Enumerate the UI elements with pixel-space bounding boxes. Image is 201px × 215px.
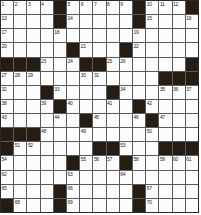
clue-number-41: 41 <box>107 100 112 106</box>
black-cell-r11c9 <box>107 142 119 155</box>
cell-r5c11[interactable] <box>133 58 145 71</box>
clue-number-12: 12 <box>173 1 178 7</box>
clue-number-70: 70 <box>147 199 152 205</box>
cell-r12c15[interactable]: 61 <box>186 156 198 169</box>
clue-number-33: 33 <box>54 86 59 92</box>
cell-r4c3[interactable] <box>27 43 39 56</box>
cell-r3c6[interactable] <box>67 29 79 42</box>
cell-r3c14[interactable] <box>173 29 185 42</box>
cell-r3c2[interactable] <box>14 29 26 42</box>
cell-r2c15[interactable]: 16 <box>186 15 198 28</box>
clue-number-42: 42 <box>147 100 152 106</box>
cell-r6c12[interactable] <box>146 72 158 85</box>
cell-r6c1[interactable]: 27 <box>1 72 13 85</box>
black-cell-r14c5 <box>54 185 66 198</box>
cell-r9c15[interactable] <box>186 114 198 127</box>
cell-r9c1[interactable]: 43 <box>1 114 13 127</box>
black-cell-r14c11 <box>133 185 145 198</box>
cell-r15c6[interactable]: 69 <box>67 199 79 212</box>
clue-number-23: 23 <box>41 58 46 64</box>
cell-r14c14[interactable] <box>173 185 185 198</box>
cell-r15c3[interactable] <box>27 199 39 212</box>
cell-r4c14[interactable] <box>173 43 185 56</box>
cell-r11c7[interactable] <box>80 142 92 155</box>
clue-number-24: 24 <box>67 58 72 64</box>
cell-r1c10[interactable]: 9 <box>120 1 132 14</box>
cell-r8c2[interactable] <box>14 100 26 113</box>
cell-r1c13[interactable]: 11 <box>159 1 171 14</box>
black-cell-r5c2 <box>14 58 26 71</box>
cell-r1c12[interactable]: 10 <box>146 1 158 14</box>
cell-r14c10[interactable] <box>120 185 132 198</box>
clue-number-37: 37 <box>186 86 191 92</box>
black-cell-r4c10 <box>120 43 132 56</box>
clue-number-47: 47 <box>160 114 165 120</box>
cell-r10c4[interactable]: 48 <box>41 128 53 141</box>
cell-r8c8[interactable] <box>93 100 105 113</box>
clue-number-60: 60 <box>173 156 178 162</box>
cell-r15c10[interactable] <box>120 199 132 212</box>
black-cell-r15c11 <box>133 199 145 212</box>
cell-r1c2[interactable]: 2 <box>14 1 26 14</box>
cell-r13c15[interactable] <box>186 171 198 184</box>
clue-number-43: 43 <box>2 114 7 120</box>
clue-number-22: 22 <box>133 43 138 49</box>
black-cell-r10c2 <box>14 128 26 141</box>
cell-r12c9[interactable]: 57 <box>107 156 119 169</box>
cell-r11c12[interactable] <box>146 142 158 155</box>
black-cell-r5c1 <box>1 58 13 71</box>
cell-r11c2[interactable]: 51 <box>14 142 26 155</box>
cell-r12c14[interactable]: 60 <box>173 156 185 169</box>
cell-r9c8[interactable]: 45 <box>93 114 105 127</box>
cell-r13c14[interactable] <box>173 171 185 184</box>
clue-number-45: 45 <box>94 114 99 120</box>
clue-number-2: 2 <box>15 1 17 7</box>
cell-r3c12[interactable] <box>146 29 158 42</box>
cell-r8c4[interactable]: 39 <box>41 100 53 113</box>
cell-r12c4[interactable] <box>41 156 53 169</box>
cell-r4c1[interactable]: 20 <box>1 43 13 56</box>
cell-r15c9[interactable] <box>107 199 119 212</box>
cell-r9c11[interactable]: 46 <box>133 114 145 127</box>
clue-number-40: 40 <box>67 100 72 106</box>
cell-r5c4[interactable]: 23 <box>41 58 53 71</box>
cell-r4c5[interactable] <box>54 43 66 56</box>
cell-r9c5[interactable]: 44 <box>54 114 66 127</box>
cell-r6c4[interactable] <box>41 72 53 85</box>
cell-r5c6[interactable]: 24 <box>67 58 79 71</box>
cell-r14c7[interactable] <box>80 185 92 198</box>
black-cell-r1c11 <box>133 1 145 14</box>
clue-number-61: 61 <box>186 156 191 162</box>
cell-r8c9[interactable]: 41 <box>107 100 119 113</box>
black-cell-r8c11 <box>133 100 145 113</box>
crossword-puzzle: 1234567891011121314151617181920212223242… <box>0 0 201 215</box>
crossword-board: 1234567891011121314151617181920212223242… <box>0 0 199 213</box>
cell-r6c8[interactable]: 31 <box>93 72 105 85</box>
clue-number-53: 53 <box>120 142 125 148</box>
cell-r15c4[interactable] <box>41 199 53 212</box>
cell-r8c15[interactable] <box>186 100 198 113</box>
cell-r2c14[interactable] <box>173 15 185 28</box>
cell-r2c12[interactable]: 15 <box>146 15 158 28</box>
cell-r10c6[interactable] <box>67 128 79 141</box>
black-cell-r6c15 <box>186 72 198 85</box>
cell-r13c10[interactable]: 64 <box>120 171 132 184</box>
cell-r14c15[interactable] <box>186 185 198 198</box>
clue-number-21: 21 <box>81 43 86 49</box>
cell-r11c3[interactable]: 52 <box>27 142 39 155</box>
cell-r6c7[interactable]: 30 <box>80 72 92 85</box>
cell-r14c13[interactable] <box>159 185 171 198</box>
cell-r6c3[interactable]: 29 <box>27 72 39 85</box>
clue-number-36: 36 <box>173 86 178 92</box>
clue-number-25: 25 <box>107 58 112 64</box>
clue-number-35: 35 <box>160 86 165 92</box>
cell-r13c5[interactable] <box>54 171 66 184</box>
cell-r9c6[interactable] <box>67 114 79 127</box>
cell-r14c3[interactable] <box>27 185 39 198</box>
black-cell-r11c8 <box>93 142 105 155</box>
cell-r4c12[interactable] <box>146 43 158 56</box>
cell-r3c9[interactable] <box>107 29 119 42</box>
cell-r1c7[interactable]: 6 <box>80 1 92 14</box>
cell-r4c15[interactable] <box>186 43 198 56</box>
clue-number-57: 57 <box>107 156 112 162</box>
cell-r13c3[interactable] <box>27 171 39 184</box>
cell-r12c5[interactable] <box>54 156 66 169</box>
cell-r15c15[interactable] <box>186 199 198 212</box>
clue-number-66: 66 <box>67 185 72 191</box>
cell-r7c8[interactable] <box>93 86 105 99</box>
cell-r8c7[interactable] <box>80 100 92 113</box>
cell-r10c5[interactable] <box>54 128 66 141</box>
clue-number-7: 7 <box>94 1 96 7</box>
clue-number-4: 4 <box>41 1 43 7</box>
clue-number-65: 65 <box>2 185 7 191</box>
cell-r14c2[interactable] <box>14 185 26 198</box>
cell-r15c14[interactable] <box>173 199 185 212</box>
clue-number-26: 26 <box>120 58 125 64</box>
clue-number-15: 15 <box>147 15 152 21</box>
clue-number-31: 31 <box>94 72 99 78</box>
cell-r4c11[interactable]: 22 <box>133 43 145 56</box>
cell-r15c13[interactable] <box>159 199 171 212</box>
black-cell-r6c14 <box>173 72 185 85</box>
cell-r9c9[interactable] <box>107 114 119 127</box>
cell-r14c4[interactable] <box>41 185 53 198</box>
clue-number-49: 49 <box>81 128 86 134</box>
cell-r10c9[interactable] <box>107 128 119 141</box>
cell-r9c10[interactable] <box>120 114 132 127</box>
black-cell-r2c5 <box>54 15 66 28</box>
clue-number-59: 59 <box>160 156 165 162</box>
cell-r10c15[interactable] <box>186 128 198 141</box>
clue-number-32: 32 <box>2 86 7 92</box>
black-cell-r11c1 <box>1 142 13 155</box>
clue-number-56: 56 <box>94 156 99 162</box>
cell-r4c13[interactable] <box>159 43 171 56</box>
cell-r3c3[interactable] <box>27 29 39 42</box>
cell-r7c13[interactable]: 35 <box>159 86 171 99</box>
cell-r4c7[interactable]: 21 <box>80 43 92 56</box>
clue-number-54: 54 <box>2 156 7 162</box>
cell-r8c10[interactable] <box>120 100 132 113</box>
clue-number-8: 8 <box>107 1 109 7</box>
cell-r13c6[interactable]: 63 <box>67 171 79 184</box>
cell-r12c8[interactable]: 56 <box>93 156 105 169</box>
cell-r1c3[interactable]: 3 <box>27 1 39 14</box>
cell-r3c15[interactable] <box>186 29 198 42</box>
cell-r7c12[interactable] <box>146 86 158 99</box>
cell-r10c12[interactable]: 50 <box>146 128 158 141</box>
black-cell-r5c15 <box>186 58 198 71</box>
black-cell-r7c9 <box>107 86 119 99</box>
cell-r8c1[interactable]: 38 <box>1 100 13 113</box>
cell-r12c3[interactable] <box>27 156 39 169</box>
clue-number-30: 30 <box>81 72 86 78</box>
cell-r1c4[interactable]: 4 <box>41 1 53 14</box>
clue-number-51: 51 <box>15 142 20 148</box>
black-cell-r7c4 <box>41 86 53 99</box>
clue-number-69: 69 <box>67 199 72 205</box>
clue-number-5: 5 <box>67 1 69 7</box>
clue-number-38: 38 <box>2 100 7 106</box>
cell-r6c10[interactable] <box>120 72 132 85</box>
clue-number-19: 19 <box>133 29 138 35</box>
cell-r2c9[interactable] <box>107 15 119 28</box>
clue-number-62: 62 <box>2 171 7 177</box>
clue-number-13: 13 <box>2 15 7 21</box>
cell-r14c6[interactable]: 66 <box>67 185 79 198</box>
clue-number-68: 68 <box>15 199 20 205</box>
cell-r1c9[interactable]: 8 <box>107 1 119 14</box>
clue-number-11: 11 <box>160 1 165 7</box>
cell-r2c6[interactable]: 14 <box>67 15 79 28</box>
cell-r4c8[interactable] <box>93 43 105 56</box>
cell-r5c13[interactable] <box>159 58 171 71</box>
cell-r12c1[interactable]: 54 <box>1 156 13 169</box>
cell-r11c4[interactable] <box>41 142 53 155</box>
black-cell-r1c15 <box>186 1 198 14</box>
black-cell-r15c5 <box>54 199 66 212</box>
black-cell-r2c11 <box>133 15 145 28</box>
cell-r13c8[interactable] <box>93 171 105 184</box>
cell-r5c14[interactable] <box>173 58 185 71</box>
cell-r13c1[interactable]: 62 <box>1 171 13 184</box>
cell-r12c11[interactable]: 58 <box>133 156 145 169</box>
cell-r2c7[interactable] <box>80 15 92 28</box>
clue-number-39: 39 <box>41 100 46 106</box>
cell-r13c12[interactable] <box>146 171 158 184</box>
clue-number-3: 3 <box>28 1 30 7</box>
cell-r9c2[interactable] <box>14 114 26 127</box>
clue-number-20: 20 <box>2 43 7 49</box>
cell-r10c14[interactable] <box>173 128 185 141</box>
clue-number-6: 6 <box>81 1 83 7</box>
cell-r14c1[interactable]: 65 <box>1 185 13 198</box>
cell-r7c5[interactable]: 33 <box>54 86 66 99</box>
cell-r7c2[interactable] <box>14 86 26 99</box>
cell-r14c9[interactable] <box>107 185 119 198</box>
clue-number-14: 14 <box>67 15 72 21</box>
cell-r7c7[interactable] <box>80 86 92 99</box>
cell-r2c3[interactable] <box>27 15 39 28</box>
black-cell-r15c1 <box>1 199 13 212</box>
cell-r8c13[interactable] <box>159 100 171 113</box>
cell-r4c4[interactable] <box>41 43 53 56</box>
cell-r11c6[interactable] <box>67 142 79 155</box>
black-cell-r5c8 <box>93 58 105 71</box>
cell-r3c4[interactable] <box>41 29 53 42</box>
black-cell-r6c13 <box>159 72 171 85</box>
cell-r13c2[interactable] <box>14 171 26 184</box>
clue-number-48: 48 <box>41 128 46 134</box>
clue-number-64: 64 <box>120 171 125 177</box>
black-cell-r9c7 <box>80 114 92 127</box>
clue-number-46: 46 <box>133 114 138 120</box>
clue-number-27: 27 <box>2 72 7 78</box>
black-cell-r5c3 <box>27 58 39 71</box>
cell-r2c8[interactable] <box>93 15 105 28</box>
clue-number-34: 34 <box>120 86 125 92</box>
cell-r7c14[interactable]: 36 <box>173 86 185 99</box>
clue-number-1: 1 <box>2 1 4 7</box>
cell-r7c3[interactable] <box>27 86 39 99</box>
cell-r8c3[interactable] <box>27 100 39 113</box>
cell-r13c9[interactable] <box>107 171 119 184</box>
cell-r11c5[interactable] <box>54 142 66 155</box>
cell-r2c2[interactable] <box>14 15 26 28</box>
cell-r6c5[interactable] <box>54 72 66 85</box>
cell-r11c10[interactable]: 53 <box>120 142 132 155</box>
cell-r2c10[interactable] <box>120 15 132 28</box>
clue-number-44: 44 <box>54 114 59 120</box>
black-cell-r11c13 <box>159 142 171 155</box>
clue-number-50: 50 <box>147 128 152 134</box>
cell-r5c12[interactable] <box>146 58 158 71</box>
black-cell-r5c7 <box>80 58 92 71</box>
clue-number-63: 63 <box>67 171 72 177</box>
cell-r2c1[interactable]: 13 <box>1 15 13 28</box>
black-cell-r12c10 <box>120 156 132 169</box>
cell-r10c8[interactable] <box>93 128 105 141</box>
cell-r8c6[interactable]: 40 <box>67 100 79 113</box>
clue-number-10: 10 <box>147 1 152 7</box>
cell-r3c8[interactable] <box>93 29 105 42</box>
cell-r4c9[interactable] <box>107 43 119 56</box>
cell-r6c2[interactable]: 28 <box>14 72 26 85</box>
cell-r1c14[interactable]: 12 <box>173 1 185 14</box>
clue-number-67: 67 <box>147 185 152 191</box>
cell-r13c11[interactable] <box>133 171 145 184</box>
clue-number-17: 17 <box>2 29 7 35</box>
black-cell-r4c6 <box>67 43 79 56</box>
cell-r10c10[interactable] <box>120 128 132 141</box>
cell-r9c4[interactable] <box>41 114 53 127</box>
cell-r1c8[interactable]: 7 <box>93 1 105 14</box>
black-cell-r10c3 <box>27 128 39 141</box>
cell-r11c11[interactable] <box>133 142 145 155</box>
cell-r3c10[interactable] <box>120 29 132 42</box>
cell-r13c7[interactable] <box>80 171 92 184</box>
cell-r3c7[interactable] <box>80 29 92 42</box>
cell-r1c1[interactable]: 1 <box>1 1 13 14</box>
cell-r15c2[interactable]: 68 <box>14 199 26 212</box>
cell-r7c1[interactable]: 32 <box>1 86 13 99</box>
cell-r3c11[interactable]: 19 <box>133 29 145 42</box>
cell-r5c5[interactable] <box>54 58 66 71</box>
cell-r12c7[interactable]: 55 <box>80 156 92 169</box>
cell-r7c6[interactable] <box>67 86 79 99</box>
clue-number-29: 29 <box>28 72 33 78</box>
cell-r15c8[interactable] <box>93 199 105 212</box>
cell-r5c9[interactable]: 25 <box>107 58 119 71</box>
cell-r6c6[interactable] <box>67 72 79 85</box>
cell-r12c13[interactable]: 59 <box>159 156 171 169</box>
cell-r4c2[interactable] <box>14 43 26 56</box>
cell-r6c11[interactable] <box>133 72 145 85</box>
cell-r14c12[interactable]: 67 <box>146 185 158 198</box>
cell-r6c9[interactable] <box>107 72 119 85</box>
cell-r3c5[interactable]: 18 <box>54 29 66 42</box>
clue-number-58: 58 <box>133 156 138 162</box>
cell-r2c13[interactable] <box>159 15 171 28</box>
cell-r9c3[interactable] <box>27 114 39 127</box>
cell-r15c12[interactable]: 70 <box>146 199 158 212</box>
clue-number-16: 16 <box>186 15 191 21</box>
cell-r3c13[interactable] <box>159 29 171 42</box>
cell-r14c8[interactable] <box>93 185 105 198</box>
cell-r9c13[interactable]: 47 <box>159 114 171 127</box>
black-cell-r12c6 <box>67 156 79 169</box>
cell-r8c14[interactable] <box>173 100 185 113</box>
cell-r12c2[interactable] <box>14 156 26 169</box>
clue-number-52: 52 <box>28 142 33 148</box>
cell-r13c4[interactable] <box>41 171 53 184</box>
cell-r15c7[interactable] <box>80 199 92 212</box>
cell-r7c10[interactable]: 34 <box>120 86 132 99</box>
clue-number-9: 9 <box>120 1 122 7</box>
black-cell-r8c5 <box>54 100 66 113</box>
cell-r10c7[interactable]: 49 <box>80 128 92 141</box>
cell-r7c15[interactable]: 37 <box>186 86 198 99</box>
clue-number-18: 18 <box>54 29 59 35</box>
black-cell-r1c5 <box>54 1 66 14</box>
black-cell-r10c1 <box>1 128 13 141</box>
cell-r2c4[interactable] <box>41 15 53 28</box>
cell-r1c6[interactable]: 5 <box>67 1 79 14</box>
cell-r10c11[interactable] <box>133 128 145 141</box>
clue-number-28: 28 <box>15 72 20 78</box>
black-cell-r11c14 <box>173 142 185 155</box>
black-cell-r11c15 <box>186 142 198 155</box>
cell-r5c10[interactable]: 26 <box>120 58 132 71</box>
cell-r13c13[interactable] <box>159 171 171 184</box>
cell-r9c14[interactable] <box>173 114 185 127</box>
clue-number-55: 55 <box>81 156 86 162</box>
black-cell-r9c12 <box>146 114 158 127</box>
cell-r12c12[interactable] <box>146 156 158 169</box>
cell-r3c1[interactable]: 17 <box>1 29 13 42</box>
cell-r10c13[interactable] <box>159 128 171 141</box>
cell-r8c12[interactable]: 42 <box>146 100 158 113</box>
cell-r7c11[interactable] <box>133 86 145 99</box>
